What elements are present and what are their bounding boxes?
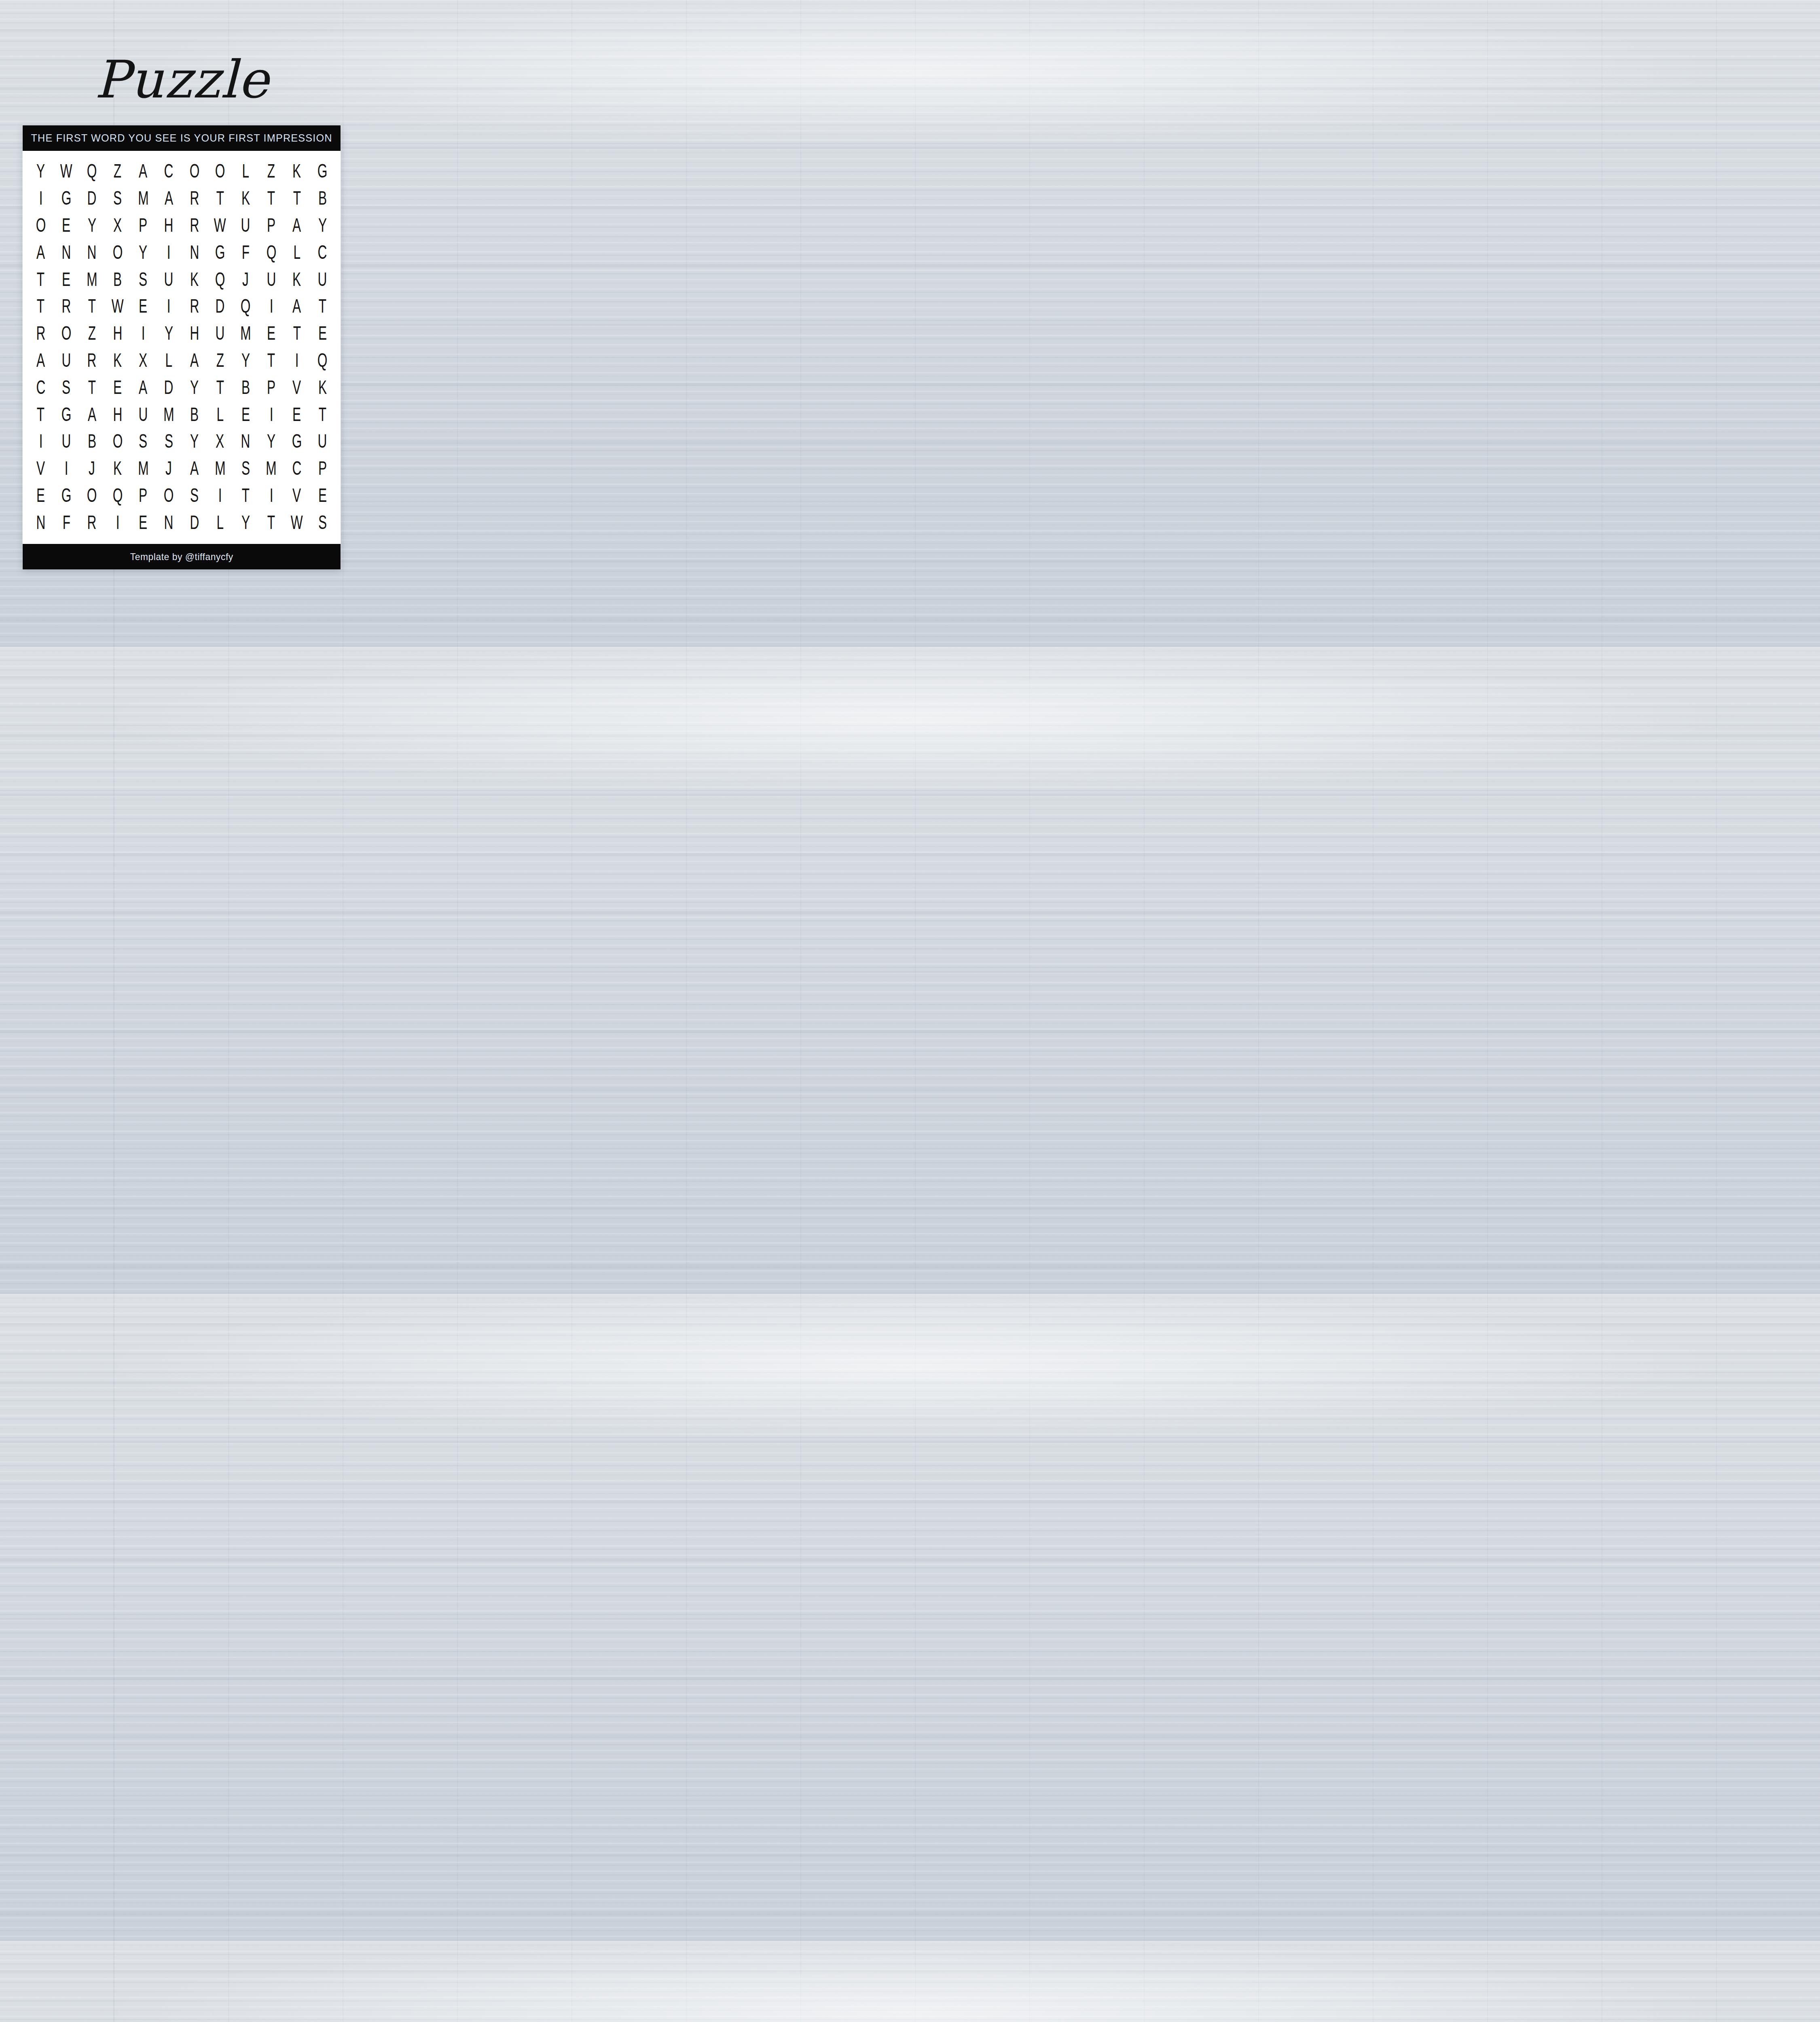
grid-cell[interactable]: T — [284, 185, 309, 212]
grid-cell[interactable]: Q — [207, 266, 233, 293]
grid-letter: G — [317, 162, 328, 181]
grid-letter: K — [241, 188, 250, 208]
grid-letter: U — [139, 405, 148, 424]
grid-cell[interactable]: Q — [105, 482, 130, 509]
grid-cell[interactable]: N — [79, 239, 105, 266]
grid-letter: N — [164, 513, 174, 532]
grid-letter: Y — [165, 324, 173, 343]
grid-letter: Z — [88, 324, 96, 343]
grid-letter: T — [88, 297, 96, 316]
grid-cell[interactable]: P — [130, 212, 156, 239]
grid-letter: U — [216, 324, 225, 343]
grid-cell[interactable]: O — [79, 482, 105, 509]
grid-cell[interactable]: T — [79, 293, 105, 320]
grid-letter: M — [240, 324, 251, 343]
grid-cell[interactable]: N — [156, 509, 182, 536]
grid-cell[interactable]: B — [105, 266, 130, 293]
grid-cell[interactable]: T — [233, 482, 258, 509]
grid-letter: W — [214, 216, 226, 235]
grid-letter: Y — [36, 162, 45, 181]
grid-letter: U — [164, 270, 174, 289]
grid-cell[interactable]: M — [258, 455, 284, 482]
grid-cell[interactable]: T — [310, 401, 335, 428]
grid-cell[interactable]: R — [79, 347, 105, 374]
grid-letter: N — [241, 432, 250, 451]
grid-cell[interactable]: M — [130, 185, 156, 212]
page-title: Puzzle — [0, 45, 364, 114]
grid-cell[interactable]: E — [130, 509, 156, 536]
grid-cell[interactable]: R — [79, 509, 105, 536]
grid-letter: A — [139, 162, 147, 181]
grid-letter: E — [318, 324, 327, 343]
grid-letter: U — [267, 270, 276, 289]
grid-cell[interactable]: I — [53, 455, 79, 482]
grid-cell[interactable]: T — [79, 374, 105, 401]
grid-cell[interactable]: I — [105, 509, 130, 536]
grid-letter: X — [113, 216, 122, 235]
grid-cell[interactable]: I — [156, 239, 182, 266]
grid-cell[interactable]: A — [28, 239, 53, 266]
grid-cell[interactable]: K — [284, 266, 309, 293]
grid-letter: P — [267, 216, 275, 235]
grid-letter: H — [113, 324, 122, 343]
grid-cell[interactable]: A — [156, 185, 182, 212]
grid-cell[interactable]: S — [105, 185, 130, 212]
grid-letter: S — [241, 459, 250, 478]
grid-cell[interactable]: O — [53, 320, 79, 347]
grid-letter: N — [190, 243, 199, 262]
grid-letter: T — [88, 378, 96, 397]
grid-letter: L — [216, 513, 224, 532]
grid-cell[interactable]: R — [182, 293, 207, 320]
grid-letter: B — [190, 405, 199, 424]
grid-letter: Y — [190, 432, 199, 451]
grid-letter: M — [215, 459, 225, 478]
grid-cell[interactable]: K — [105, 347, 130, 374]
grid-cell[interactable]: G — [53, 185, 79, 212]
grid-cell[interactable]: U — [258, 266, 284, 293]
grid-cell[interactable]: T — [207, 185, 233, 212]
grid-letter: T — [319, 405, 326, 424]
grid-letter: Y — [318, 216, 327, 235]
grid-letter: R — [190, 216, 199, 235]
grid-cell[interactable]: L — [284, 239, 309, 266]
grid-letter: Q — [317, 351, 328, 370]
grid-letter: D — [164, 378, 174, 397]
grid-letter: S — [190, 486, 199, 505]
grid-cell[interactable]: B — [182, 401, 207, 428]
grid-cell[interactable]: G — [207, 239, 233, 266]
grid-cell[interactable]: Q — [233, 293, 258, 320]
grid-letter: U — [318, 270, 327, 289]
grid-cell[interactable]: W — [105, 293, 130, 320]
grid-cell[interactable]: G — [310, 158, 335, 185]
grid-cell[interactable]: A — [28, 347, 53, 374]
grid-letter: P — [318, 459, 327, 478]
grid-cell[interactable]: U — [53, 347, 79, 374]
grid-letter: I — [218, 486, 222, 505]
grid-letter: K — [113, 459, 122, 478]
grid-letter: N — [36, 513, 45, 532]
grid-cell[interactable]: U — [53, 428, 79, 455]
grid-letter: W — [60, 162, 72, 181]
grid-cell[interactable]: W — [207, 212, 233, 239]
grid-cell[interactable]: Q — [258, 239, 284, 266]
grid-letter: H — [190, 324, 199, 343]
grid-cell[interactable]: T — [258, 347, 284, 374]
grid-letter: E — [292, 405, 301, 424]
grid-letter: L — [242, 162, 250, 181]
grid-cell[interactable]: J — [233, 266, 258, 293]
grid-cell[interactable]: A — [182, 455, 207, 482]
grid-cell[interactable]: F — [233, 239, 258, 266]
grid-letter: G — [215, 243, 225, 262]
grid-cell[interactable]: B — [310, 185, 335, 212]
grid-cell[interactable]: R — [28, 320, 53, 347]
grid-letter: A — [36, 351, 45, 370]
letter-grid: YWQZACOOLZKGIGDSMARTKTTBOEYXPHRWUPAYANNO… — [28, 158, 335, 536]
grid-letter: C — [318, 243, 327, 262]
grid-cell[interactable]: U — [130, 401, 156, 428]
grid-cell[interactable]: R — [182, 212, 207, 239]
grid-letter: A — [292, 216, 301, 235]
grid-cell[interactable]: D — [156, 374, 182, 401]
grid-letter: I — [65, 459, 68, 478]
grid-cell[interactable]: P — [258, 374, 284, 401]
grid-letter: T — [37, 297, 44, 316]
grid-letter: W — [112, 297, 124, 316]
grid-letter: D — [87, 188, 97, 208]
grid-panel: YWQZACOOLZKGIGDSMARTKTTBOEYXPHRWUPAYANNO… — [23, 151, 341, 544]
grid-letter: T — [267, 351, 275, 370]
grid-letter: A — [190, 459, 199, 478]
grid-letter: A — [190, 351, 199, 370]
grid-letter: P — [139, 216, 147, 235]
grid-cell[interactable]: O — [105, 428, 130, 455]
grid-letter: E — [139, 297, 147, 316]
grid-letter: I — [295, 351, 299, 370]
grid-cell[interactable]: U — [207, 320, 233, 347]
grid-letter: X — [216, 432, 224, 451]
grid-cell[interactable]: A — [284, 212, 309, 239]
grid-cell[interactable]: H — [156, 212, 182, 239]
grid-letter: L — [293, 243, 301, 262]
grid-cell[interactable]: Y — [182, 428, 207, 455]
grid-letter: O — [164, 486, 174, 505]
grid-cell[interactable]: C — [284, 455, 309, 482]
grid-cell[interactable]: E — [233, 401, 258, 428]
grid-cell[interactable]: W — [53, 158, 79, 185]
grid-cell[interactable]: V — [284, 374, 309, 401]
grid-cell[interactable]: T — [28, 266, 53, 293]
grid-cell[interactable]: D — [207, 293, 233, 320]
grid-cell[interactable]: P — [130, 482, 156, 509]
grid-cell[interactable]: B — [79, 428, 105, 455]
grid-letter: K — [292, 270, 301, 289]
grid-cell[interactable]: M — [156, 401, 182, 428]
grid-cell[interactable]: Z — [258, 158, 284, 185]
grid-cell[interactable]: I — [156, 293, 182, 320]
grid-cell[interactable]: E — [284, 401, 309, 428]
grid-cell[interactable]: Z — [207, 347, 233, 374]
grid-letter: U — [62, 351, 71, 370]
grid-letter: E — [318, 486, 327, 505]
grid-cell[interactable]: T — [284, 320, 309, 347]
grid-letter: B — [88, 432, 96, 451]
grid-cell[interactable]: O — [28, 212, 53, 239]
grid-letter: J — [165, 459, 172, 478]
grid-letter: O — [189, 162, 199, 181]
grid-cell[interactable]: L — [233, 158, 258, 185]
grid-cell[interactable]: Y — [182, 374, 207, 401]
grid-cell[interactable]: E — [28, 482, 53, 509]
grid-letter: M — [163, 405, 174, 424]
grid-letter: V — [292, 378, 301, 397]
grid-letter: R — [62, 297, 71, 316]
grid-letter: V — [292, 486, 301, 505]
grid-cell[interactable]: Q — [79, 158, 105, 185]
grid-letter: T — [267, 513, 275, 532]
footer-credit: Template by @tiffanycfy — [130, 551, 233, 563]
grid-letter: M — [266, 459, 276, 478]
grid-letter: T — [37, 405, 44, 424]
grid-letter: S — [139, 270, 147, 289]
grid-letter: I — [269, 405, 273, 424]
grid-cell[interactable]: I — [28, 428, 53, 455]
grid-cell[interactable]: T — [28, 401, 53, 428]
grid-cell[interactable]: D — [182, 509, 207, 536]
grid-cell[interactable]: I — [28, 185, 53, 212]
grid-cell[interactable]: O — [207, 158, 233, 185]
grid-letter: B — [318, 188, 327, 208]
grid-cell[interactable]: Y — [156, 320, 182, 347]
grid-letter: M — [138, 459, 148, 478]
grid-letter: L — [165, 351, 173, 370]
grid-letter: H — [164, 216, 174, 235]
grid-letter: R — [36, 324, 45, 343]
grid-cell[interactable]: Y — [310, 212, 335, 239]
grid-cell[interactable]: Y — [233, 509, 258, 536]
grid-cell[interactable]: V — [284, 482, 309, 509]
grid-cell[interactable]: S — [233, 455, 258, 482]
grid-cell[interactable]: I — [258, 293, 284, 320]
grid-letter: T — [216, 188, 224, 208]
grid-letter: O — [61, 324, 72, 343]
grid-letter: I — [167, 297, 171, 316]
grid-cell[interactable]: A — [79, 401, 105, 428]
grid-letter: Y — [241, 513, 250, 532]
grid-letter: R — [190, 188, 199, 208]
grid-cell[interactable]: C — [310, 239, 335, 266]
grid-letter: S — [165, 432, 173, 451]
grid-cell[interactable]: A — [182, 347, 207, 374]
grid-cell[interactable]: X — [130, 347, 156, 374]
grid-cell[interactable]: S — [310, 509, 335, 536]
grid-cell[interactable]: C — [28, 374, 53, 401]
grid-letter: T — [319, 297, 326, 316]
grid-cell[interactable]: L — [156, 347, 182, 374]
grid-cell[interactable]: U — [156, 266, 182, 293]
grid-letter: Y — [267, 432, 275, 451]
grid-letter: I — [167, 243, 171, 262]
grid-cell[interactable]: S — [53, 374, 79, 401]
grid-cell[interactable]: R — [182, 185, 207, 212]
grid-cell[interactable]: X — [207, 428, 233, 455]
grid-letter: C — [292, 459, 302, 478]
grid-letter: S — [62, 378, 70, 397]
grid-letter: H — [113, 405, 122, 424]
grid-cell[interactable]: T — [207, 374, 233, 401]
grid-cell[interactable]: P — [258, 212, 284, 239]
grid-letter: O — [112, 432, 123, 451]
grid-cell[interactable]: I — [130, 320, 156, 347]
grid-letter: G — [61, 486, 72, 505]
grid-cell[interactable]: T — [258, 185, 284, 212]
grid-cell[interactable]: A — [130, 374, 156, 401]
grid-cell[interactable]: H — [105, 401, 130, 428]
grid-cell[interactable]: O — [156, 482, 182, 509]
grid-cell[interactable]: G — [284, 428, 309, 455]
grid-cell[interactable]: N — [53, 239, 79, 266]
grid-letter: Z — [267, 162, 275, 181]
grid-cell[interactable]: K — [182, 266, 207, 293]
grid-letter: E — [36, 486, 45, 505]
grid-cell[interactable]: E — [130, 293, 156, 320]
grid-cell[interactable]: N — [182, 239, 207, 266]
grid-cell[interactable]: B — [233, 374, 258, 401]
grid-cell[interactable]: L — [207, 401, 233, 428]
grid-cell[interactable]: C — [156, 158, 182, 185]
grid-letter: A — [165, 188, 173, 208]
grid-cell[interactable]: A — [284, 293, 309, 320]
grid-cell[interactable]: M — [233, 320, 258, 347]
grid-cell[interactable]: H — [105, 320, 130, 347]
grid-letter: Q — [112, 486, 123, 505]
grid-cell[interactable]: S — [130, 428, 156, 455]
grid-cell[interactable]: U — [310, 266, 335, 293]
grid-cell[interactable]: K — [105, 455, 130, 482]
grid-letter: S — [318, 513, 327, 532]
grid-cell[interactable]: H — [182, 320, 207, 347]
grid-cell[interactable]: T — [310, 293, 335, 320]
grid-cell[interactable]: Z — [105, 158, 130, 185]
grid-letter: E — [62, 216, 70, 235]
grid-letter: O — [36, 216, 46, 235]
grid-cell[interactable]: Y — [28, 158, 53, 185]
grid-letter: Y — [241, 351, 250, 370]
grid-cell[interactable]: V — [28, 455, 53, 482]
grid-letter: I — [269, 297, 273, 316]
grid-cell[interactable]: O — [182, 158, 207, 185]
grid-cell[interactable]: E — [105, 374, 130, 401]
grid-cell[interactable]: U — [310, 428, 335, 455]
grid-letter: T — [267, 188, 275, 208]
grid-letter: Z — [216, 351, 224, 370]
grid-cell[interactable]: F — [53, 509, 79, 536]
grid-cell[interactable]: E — [310, 320, 335, 347]
grid-cell[interactable]: Y — [79, 212, 105, 239]
grid-cell[interactable]: E — [53, 212, 79, 239]
footer-bar: Template by @tiffanycfy — [23, 544, 341, 569]
grid-cell[interactable]: E — [53, 266, 79, 293]
grid-letter: A — [139, 378, 147, 397]
grid-letter: I — [39, 432, 42, 451]
grid-cell[interactable]: T — [258, 509, 284, 536]
grid-cell[interactable]: J — [79, 455, 105, 482]
grid-cell[interactable]: K — [310, 374, 335, 401]
grid-letter: K — [190, 270, 199, 289]
grid-letter: U — [241, 216, 250, 235]
grid-cell[interactable]: L — [207, 509, 233, 536]
grid-cell[interactable]: K — [284, 158, 309, 185]
grid-cell[interactable]: I — [284, 347, 309, 374]
grid-cell[interactable]: I — [207, 482, 233, 509]
grid-letter: C — [36, 378, 45, 397]
grid-cell[interactable]: M — [130, 455, 156, 482]
grid-cell[interactable]: T — [28, 293, 53, 320]
grid-cell[interactable]: U — [233, 212, 258, 239]
grid-cell[interactable]: I — [258, 401, 284, 428]
grid-cell[interactable]: E — [258, 320, 284, 347]
grid-cell[interactable]: G — [53, 401, 79, 428]
grid-cell[interactable]: P — [310, 455, 335, 482]
grid-cell[interactable]: Y — [258, 428, 284, 455]
grid-letter: T — [216, 378, 224, 397]
grid-letter: O — [87, 486, 97, 505]
grid-cell[interactable]: Q — [310, 347, 335, 374]
grid-letter: R — [190, 297, 199, 316]
grid-letter: G — [61, 188, 72, 208]
grid-cell[interactable]: Y — [233, 347, 258, 374]
grid-letter: I — [142, 324, 145, 343]
grid-cell[interactable]: N — [233, 428, 258, 455]
grid-cell[interactable]: S — [130, 266, 156, 293]
grid-cell[interactable]: E — [310, 482, 335, 509]
grid-cell[interactable]: I — [258, 482, 284, 509]
banner-bar: THE FIRST WORD YOU SEE IS YOUR FIRST IMP… — [23, 125, 341, 151]
grid-cell[interactable]: J — [156, 455, 182, 482]
grid-cell[interactable]: S — [156, 428, 182, 455]
grid-cell[interactable]: N — [28, 509, 53, 536]
grid-cell[interactable]: D — [79, 185, 105, 212]
grid-letter: S — [139, 432, 147, 451]
grid-cell[interactable]: M — [79, 266, 105, 293]
grid-cell[interactable]: R — [53, 293, 79, 320]
grid-cell[interactable]: S — [182, 482, 207, 509]
grid-letter: I — [39, 188, 42, 208]
grid-cell[interactable]: Z — [79, 320, 105, 347]
grid-letter: E — [241, 405, 250, 424]
grid-cell[interactable]: A — [130, 158, 156, 185]
grid-cell[interactable]: G — [53, 482, 79, 509]
banner-text: THE FIRST WORD YOU SEE IS YOUR FIRST IMP… — [31, 132, 332, 144]
grid-letter: C — [164, 162, 174, 181]
grid-letter: D — [216, 297, 225, 316]
grid-letter: S — [113, 188, 122, 208]
grid-cell[interactable]: M — [207, 455, 233, 482]
grid-letter: X — [139, 351, 147, 370]
grid-cell[interactable]: W — [284, 509, 309, 536]
grid-cell[interactable]: X — [105, 212, 130, 239]
grid-letter: E — [62, 270, 70, 289]
grid-cell[interactable]: O — [105, 239, 130, 266]
grid-letter: P — [267, 378, 275, 397]
grid-letter: G — [61, 405, 72, 424]
grid-cell[interactable]: K — [233, 185, 258, 212]
grid-letter: E — [113, 378, 122, 397]
grid-letter: Z — [114, 162, 121, 181]
grid-cell[interactable]: Y — [130, 239, 156, 266]
